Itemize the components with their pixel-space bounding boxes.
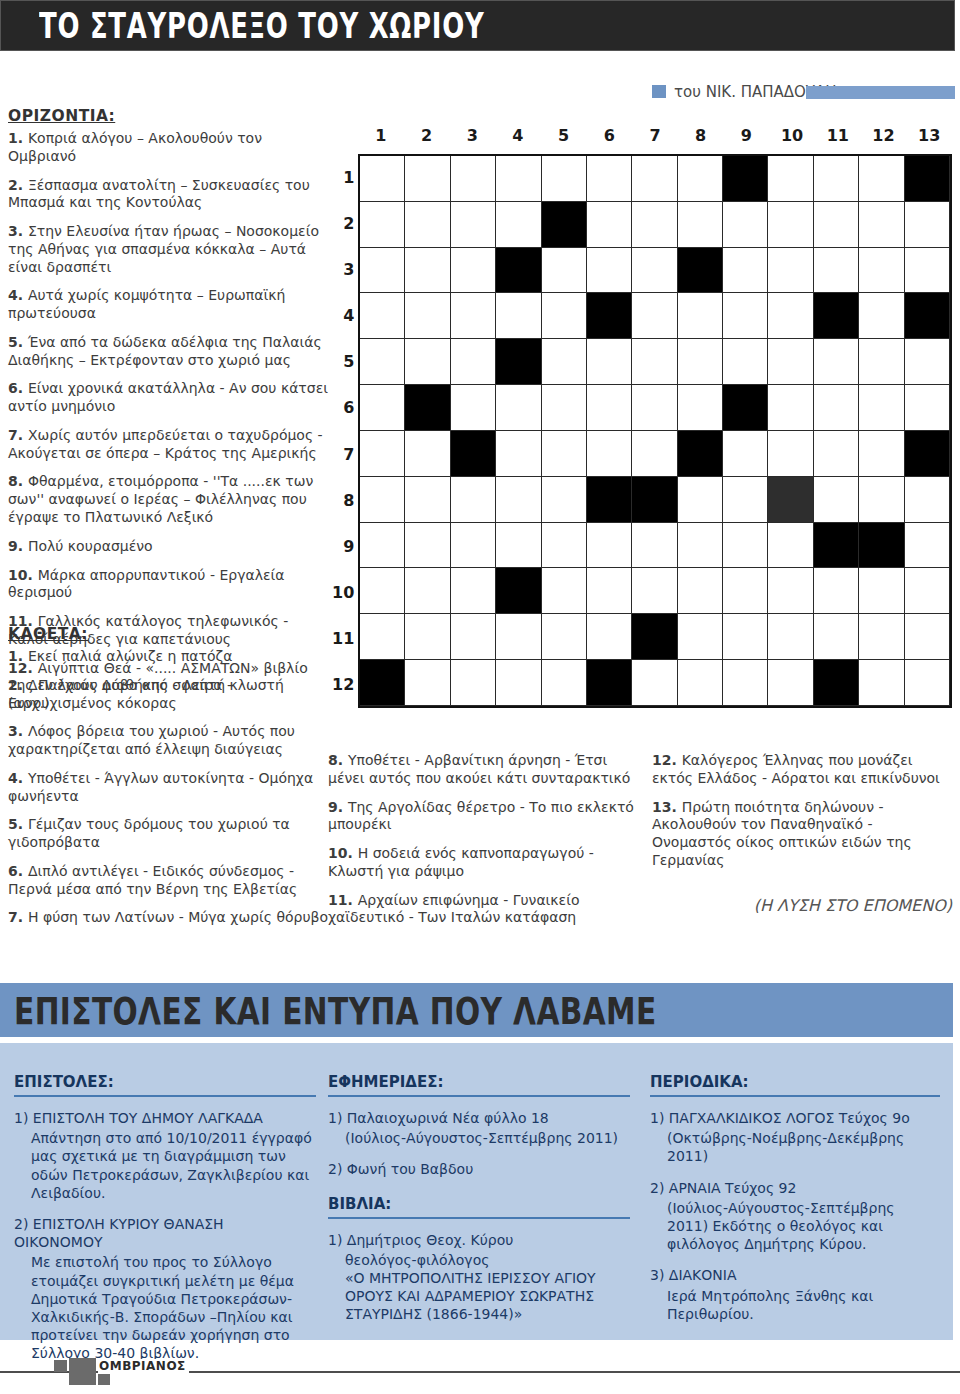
col-label: 9 [724, 126, 770, 152]
empty-cell[interactable] [451, 156, 496, 202]
row-label: 12 [332, 662, 356, 708]
empty-cell[interactable] [905, 477, 950, 523]
empty-cell[interactable] [768, 568, 813, 614]
empty-cell[interactable] [814, 614, 859, 660]
block-cell [905, 431, 950, 477]
across-heading: ΟΡΙΖΟΝΤΙΑ: [8, 107, 115, 125]
clue: 2. Ξέσπασμα ανατολίτη – Συσκευασίες του … [8, 177, 329, 213]
empty-cell[interactable] [360, 156, 405, 202]
clue: 6. Διπλό αντιλέγει - Ειδικός σύνδεσμος -… [8, 863, 329, 899]
clue-number: 9. [8, 538, 28, 554]
empty-cell[interactable] [905, 614, 950, 660]
col-label: 6 [586, 126, 632, 152]
empty-cell[interactable] [360, 293, 405, 339]
empty-cell[interactable] [768, 156, 813, 202]
empty-cell[interactable] [360, 431, 405, 477]
letters-item: 1) ΕΠΙΣΤΟΛΗ ΤΟΥ ΔΗΜΟΥ ΛΑΓΚΑΔΑΑπάντηση στ… [14, 1109, 316, 1202]
col-label: 4 [495, 126, 541, 152]
empty-cell[interactable] [360, 248, 405, 294]
empty-cell[interactable] [768, 614, 813, 660]
down-clues-right: 12. Καλόγερος Έλληνας που μονάζει εκτός … [652, 752, 952, 916]
clue-number: 12. [652, 752, 682, 768]
clue: 9. Της Αργολίδας θέρετρο - Το πιο εκλεκτ… [328, 799, 640, 835]
empty-cell[interactable] [360, 568, 405, 614]
empty-cell[interactable] [632, 385, 677, 431]
footer-logo-text: ΟΜΒΡΙΑΝΟΣ [98, 1359, 189, 1374]
empty-cell[interactable] [542, 431, 587, 477]
clue: 8. Φθαρμένα, ετοιμόρροπα - ''Τα .....εκ … [8, 473, 329, 526]
row-label: 3 [332, 246, 356, 292]
clue-number: 9. [328, 799, 348, 815]
empty-cell[interactable] [451, 385, 496, 431]
empty-cell[interactable] [587, 248, 632, 294]
empty-cell[interactable] [632, 202, 677, 248]
empty-cell[interactable] [905, 568, 950, 614]
empty-cell[interactable] [859, 248, 904, 294]
row-label: 5 [332, 339, 356, 385]
clue: 10. Μάρκα απορρυπαντικού - Εργαλεία θερι… [8, 567, 329, 603]
letters-item-body: Απάντηση στο από 10/10/2011 έγγραφό μας … [14, 1129, 316, 1202]
empty-cell[interactable] [405, 523, 450, 569]
row-label: 6 [332, 385, 356, 431]
empty-cell[interactable] [768, 293, 813, 339]
empty-cell[interactable] [678, 660, 723, 706]
empty-cell[interactable] [859, 339, 904, 385]
empty-cell[interactable] [723, 614, 768, 660]
empty-cell[interactable] [587, 614, 632, 660]
row-label: 2 [332, 200, 356, 246]
empty-cell[interactable] [768, 385, 813, 431]
empty-cell[interactable] [678, 614, 723, 660]
empty-cell[interactable] [859, 293, 904, 339]
empty-cell[interactable] [405, 431, 450, 477]
empty-cell[interactable] [768, 431, 813, 477]
empty-cell[interactable] [859, 156, 904, 202]
byline-square-icon [652, 85, 666, 98]
letters-item-title: 3) ΔΙΑΚΟΝΙΑ [650, 1266, 940, 1284]
empty-cell[interactable] [360, 523, 405, 569]
empty-cell[interactable] [405, 660, 450, 706]
clue: 7. Χωρίς αυτόν μπερδεύεται ο ταχυδρόμος … [8, 427, 329, 463]
col-label: 5 [541, 126, 587, 152]
letters-item-title: 2) ΑΡΝΑΙΑ Τεύχος 92 [650, 1179, 940, 1197]
empty-cell[interactable] [768, 660, 813, 706]
empty-cell[interactable] [451, 202, 496, 248]
empty-cell[interactable] [542, 523, 587, 569]
row-label: 8 [332, 477, 356, 523]
clue-number: 6. [8, 380, 28, 396]
empty-cell[interactable] [405, 248, 450, 294]
empty-cell[interactable] [632, 156, 677, 202]
clue-number: 2. [8, 177, 28, 193]
empty-cell[interactable] [542, 248, 587, 294]
empty-cell[interactable] [768, 248, 813, 294]
block-cell [542, 202, 587, 248]
clue-number: 8. [328, 752, 348, 768]
clue: 4. Αυτά χωρίς κομψότητα – Ευρωπαϊκή πρωτ… [8, 287, 329, 323]
empty-cell[interactable] [405, 614, 450, 660]
clue: 12. Καλόγερος Έλληνας που μονάζει εκτός … [652, 752, 952, 788]
empty-cell[interactable] [542, 477, 587, 523]
logo-square-small2-icon [98, 1374, 110, 1385]
empty-cell[interactable] [905, 660, 950, 706]
clue: 3. Στην Ελευσίνα ήταν ήρωας – Νοσοκομείο… [8, 223, 329, 276]
block-cell [587, 477, 632, 523]
empty-cell[interactable] [814, 568, 859, 614]
clue: 1. Κοπριά αλόγου – Ακολουθούν τον Ομβρια… [8, 130, 329, 166]
row-label: 9 [332, 523, 356, 569]
empty-cell[interactable] [678, 523, 723, 569]
block-cell [632, 477, 677, 523]
empty-cell[interactable] [814, 339, 859, 385]
empty-cell[interactable] [360, 614, 405, 660]
letters-item: 1) ΠΑΓΧΑΛΚΙΔΙΚΟΣ ΛΟΓΟΣ Τεύχος 9ο(Οκτώβρη… [650, 1109, 940, 1166]
empty-cell[interactable] [723, 431, 768, 477]
letters-item-title: 1) Δημήτριος Θεοχ. Κύρου [328, 1231, 630, 1249]
clue: 5. Γέμιζαν τους δρόμους του χωριού τα γι… [8, 816, 329, 852]
block-cell [360, 660, 405, 706]
empty-cell[interactable] [451, 568, 496, 614]
block-cell [632, 614, 677, 660]
letters-item: 1) Παλαιοχωρινά Νέα φύλλο 18(Ιούλιος-Αύγ… [328, 1109, 630, 1147]
letters-block-header: ΠΕΡΙΟΔΙΚΑ: [650, 1073, 940, 1097]
empty-cell[interactable] [632, 293, 677, 339]
empty-cell[interactable] [542, 660, 587, 706]
block-cell [678, 431, 723, 477]
empty-cell[interactable] [632, 568, 677, 614]
empty-cell[interactable] [542, 385, 587, 431]
letters-item-body: θεολόγος-φιλόλογος [328, 1251, 630, 1269]
empty-cell[interactable] [542, 614, 587, 660]
byline: του ΝΙΚ. ΠΑΠΑΔΟΥΔΗ [0, 83, 960, 101]
clue-number: 4. [8, 287, 28, 303]
empty-cell[interactable] [587, 523, 632, 569]
clue-number: 7. [8, 909, 28, 925]
down-clues-middle: 8. Υποθέτει - Αρβανίτικη άρνηση - Έτσι μ… [328, 752, 640, 938]
empty-cell[interactable] [360, 477, 405, 523]
empty-cell[interactable] [814, 385, 859, 431]
letters-item-title: 1) ΠΑΓΧΑΛΚΙΔΙΚΟΣ ΛΟΓΟΣ Τεύχος 9ο [650, 1109, 940, 1127]
col-label: 7 [632, 126, 678, 152]
row-label: 7 [332, 431, 356, 477]
row-label: 4 [332, 293, 356, 339]
empty-cell[interactable] [905, 385, 950, 431]
letters-item-body: (Οκτώβρης-Νοέμβρης-Δεκέμβρης 2011) [650, 1129, 940, 1165]
empty-cell[interactable] [405, 477, 450, 523]
logo-square-small-icon [54, 1360, 67, 1372]
solution-note: (Η ΛΥΣΗ ΣΤΟ ΕΠΟΜΕΝΟ) [652, 896, 952, 916]
letters-item-body: (Ιούλιος-Αύγουστος-Σεπτέμβρης 2011) [328, 1129, 630, 1147]
empty-cell[interactable] [678, 293, 723, 339]
empty-cell[interactable] [496, 477, 541, 523]
letters-item: 2) Φωνή του Βαβδου [328, 1160, 630, 1178]
column-labels: 12345678910111213 [358, 126, 952, 152]
col-label: 2 [404, 126, 450, 152]
block-cell [496, 339, 541, 385]
empty-cell[interactable] [542, 293, 587, 339]
empty-cell[interactable] [905, 248, 950, 294]
empty-cell[interactable] [723, 477, 768, 523]
clue: 4. Υποθέτει - Άγγλων αυτοκίνητα - Ομόηχα… [8, 770, 329, 806]
letters-item-title: 1) Παλαιοχωρινά Νέα φύλλο 18 [328, 1109, 630, 1127]
empty-cell[interactable] [678, 202, 723, 248]
empty-cell[interactable] [496, 523, 541, 569]
empty-cell[interactable] [678, 385, 723, 431]
empty-cell[interactable] [542, 156, 587, 202]
empty-cell[interactable] [587, 156, 632, 202]
empty-cell[interactable] [587, 385, 632, 431]
empty-cell[interactable] [496, 660, 541, 706]
empty-cell[interactable] [632, 431, 677, 477]
empty-cell[interactable] [814, 202, 859, 248]
empty-cell[interactable] [723, 523, 768, 569]
empty-cell[interactable] [723, 568, 768, 614]
empty-cell[interactable] [905, 202, 950, 248]
block-cell [496, 248, 541, 294]
empty-cell[interactable] [723, 660, 768, 706]
letters-column-1: ΕΠΙΣΤΟΛΕΣ:1) ΕΠΙΣΤΟΛΗ ΤΟΥ ΔΗΜΟΥ ΛΑΓΚΑΔΑΑ… [14, 1073, 316, 1375]
byline-bar-icon [806, 86, 955, 99]
empty-cell[interactable] [768, 339, 813, 385]
col-label: 11 [815, 126, 861, 152]
logo-square-big-icon [69, 1358, 96, 1385]
clue-number: 10. [328, 845, 358, 861]
empty-cell[interactable] [905, 339, 950, 385]
empty-cell[interactable] [496, 156, 541, 202]
empty-cell[interactable] [451, 339, 496, 385]
empty-cell[interactable] [814, 156, 859, 202]
empty-cell[interactable] [678, 568, 723, 614]
empty-cell[interactable] [859, 477, 904, 523]
row-labels: 123456789101112 [332, 154, 354, 708]
empty-cell[interactable] [496, 293, 541, 339]
block-cell [723, 156, 768, 202]
empty-cell[interactable] [768, 202, 813, 248]
empty-cell[interactable] [360, 385, 405, 431]
empty-cell[interactable] [723, 293, 768, 339]
clue: 7. Η φύση των Λατίνων - Μύγα χωρίς θόρυβ… [8, 909, 329, 927]
page-title-bar: ΤΟ ΣΤΑΥΡΟΛΕΞΟ ΤΟΥ ΧΩΡΙΟΥ [0, 0, 955, 51]
letters-item-body: «Ο ΜΗΤΡΟΠΟΛΙΤΗΣ ΙΕΡΙΣΣΟΥ ΑΓΙΟΥ ΟΡΟΥΣ ΚΑΙ… [328, 1269, 630, 1324]
empty-cell[interactable] [405, 156, 450, 202]
letters-column-3: ΠΕΡΙΟΔΙΚΑ:1) ΠΑΓΧΑΛΚΙΔΙΚΟΣ ΛΟΓΟΣ Τεύχος … [650, 1073, 940, 1336]
empty-cell[interactable] [859, 660, 904, 706]
clue: 10. Η σοδειά ενός καπνοπαραγωγού - Κλωστ… [328, 845, 640, 881]
block-cell [678, 248, 723, 294]
clue-number: 13. [652, 799, 682, 815]
crossword: 12345678910111213 123456789101112 [332, 126, 954, 710]
row-label: 11 [332, 616, 356, 662]
clue: 8. Υποθέτει - Αρβανίτικη άρνηση - Έτσι μ… [328, 752, 640, 788]
empty-cell[interactable] [587, 568, 632, 614]
empty-cell[interactable] [814, 431, 859, 477]
empty-cell[interactable] [405, 293, 450, 339]
clue-number: 11. [328, 892, 358, 908]
block-cell [405, 385, 450, 431]
col-label: 8 [678, 126, 724, 152]
empty-cell[interactable] [542, 568, 587, 614]
empty-cell[interactable] [360, 202, 405, 248]
empty-cell[interactable] [723, 248, 768, 294]
clue: 2. Δεν έχουν φόβο από σφαίρα - Ευνουχισμ… [8, 677, 329, 713]
empty-cell[interactable] [678, 477, 723, 523]
block-cell [768, 477, 813, 523]
clue-number: 8. [8, 473, 28, 489]
down-clues-left: 1. Εκεί παλιά αλώνιζε η πατόζα2. Δεν έχο… [8, 648, 329, 938]
letters-item-body: Με επιστολή του προς το Σύλλογο ετοιμάζε… [14, 1253, 316, 1362]
empty-cell[interactable] [587, 431, 632, 477]
clue-number: 4. [8, 770, 28, 786]
block-cell [496, 568, 541, 614]
empty-cell[interactable] [723, 202, 768, 248]
row-label: 1 [332, 154, 356, 200]
empty-cell[interactable] [451, 248, 496, 294]
empty-cell[interactable] [405, 339, 450, 385]
empty-cell[interactable] [723, 339, 768, 385]
letters-block-header: ΕΠΙΣΤΟΛΕΣ: [14, 1073, 316, 1097]
clue: 3. Λόφος βόρεια του χωριού - Αυτός που χ… [8, 723, 329, 759]
letters-item: 2) ΑΡΝΑΙΑ Τεύχος 92(Ιούλιος-Αύγουστος-Σε… [650, 1179, 940, 1254]
block-cell [451, 431, 496, 477]
letters-item: 3) ΔΙΑΚΟΝΙΑΙερά Μητρόπολης Ξάνθης και Πε… [650, 1266, 940, 1323]
letters-column-2: ΕΦΗΜΕΡΙΔΕΣ:1) Παλαιοχωρινά Νέα φύλλο 18(… [328, 1073, 630, 1337]
letters-item: 1) Δημήτριος Θεοχ. Κύρουθεολόγος-φιλόλογ… [328, 1231, 630, 1324]
empty-cell[interactable] [632, 248, 677, 294]
empty-cell[interactable] [587, 202, 632, 248]
clue-number: 3. [8, 223, 28, 239]
down-heading: ΚΑΘΕΤΑ: [8, 625, 88, 643]
letters-block-header: ΒΙΒΛΙΑ: [328, 1195, 630, 1219]
col-label: 3 [449, 126, 495, 152]
letters-band: ΕΠΙΣΤΟΛΕΣ ΚΑΙ ΕΝΤΥΠΑ ΠΟΥ ΛΑΒΑΜΕ [0, 983, 953, 1037]
letters-block-header: ΕΦΗΜΕΡΙΔΕΣ: [328, 1073, 630, 1097]
clue-number: 7. [8, 427, 28, 443]
letters-item-body: (Ιούλιος-Αύγουστος-Σεπτέμβρης 2011) Εκδό… [650, 1199, 940, 1254]
page-title: ΤΟ ΣΤΑΥΡΟΛΕΞΟ ΤΟΥ ΧΩΡΙΟΥ [39, 5, 484, 46]
crossword-board [358, 154, 952, 708]
block-cell [814, 293, 859, 339]
col-label: 12 [861, 126, 907, 152]
empty-cell[interactable] [496, 385, 541, 431]
clue-number: 3. [8, 723, 28, 739]
block-cell [723, 385, 768, 431]
empty-cell[interactable] [859, 568, 904, 614]
clue-number: 5. [8, 816, 28, 832]
empty-cell[interactable] [451, 477, 496, 523]
empty-cell[interactable] [360, 339, 405, 385]
clue: 6. Είναι χρονικά ακατάλληλα - Αν σου κάτ… [8, 380, 329, 416]
col-label: 10 [769, 126, 815, 152]
empty-cell[interactable] [814, 477, 859, 523]
clue: 5. Ένα από τα δώδεκα αδέλφια της Παλαιάς… [8, 334, 329, 370]
block-cell [814, 523, 859, 569]
letters-item-title: 2) ΕΠΙΣΤΟΛΗ ΚΥΡΙΟΥ ΘΑΝΑΣΗ ΟΙΚΟΝΟΜΟΥ [14, 1215, 316, 1251]
clue-number: 5. [8, 334, 28, 350]
clue: 11. Αρχαίων επιφώνημα - Γυναικείο χαϊδευ… [328, 892, 640, 928]
letters-panel: ΕΠΙΣΤΟΛΕΣ:1) ΕΠΙΣΤΟΛΗ ΤΟΥ ΔΗΜΟΥ ΛΑΓΚΑΔΑΑ… [0, 1043, 953, 1340]
block-cell [587, 293, 632, 339]
empty-cell[interactable] [451, 614, 496, 660]
empty-cell[interactable] [496, 431, 541, 477]
empty-cell[interactable] [632, 660, 677, 706]
letters-item-body: Ιερά Μητρόπολης Ξάνθης και Περιθωρίου. [650, 1287, 940, 1323]
clue-number: 2. [8, 677, 28, 693]
row-label: 10 [332, 570, 356, 616]
empty-cell[interactable] [905, 523, 950, 569]
empty-cell[interactable] [405, 568, 450, 614]
empty-cell[interactable] [678, 339, 723, 385]
block-cell [905, 156, 950, 202]
clue-number: 10. [8, 567, 38, 583]
empty-cell[interactable] [451, 293, 496, 339]
empty-cell[interactable] [678, 156, 723, 202]
clue-number: 1. [8, 130, 28, 146]
empty-cell[interactable] [632, 339, 677, 385]
empty-cell[interactable] [859, 431, 904, 477]
empty-cell[interactable] [451, 523, 496, 569]
empty-cell[interactable] [859, 202, 904, 248]
clue: 1. Εκεί παλιά αλώνιζε η πατόζα [8, 648, 329, 666]
block-cell [905, 293, 950, 339]
block-cell [587, 660, 632, 706]
letters-item-title: 1) ΕΠΙΣΤΟΛΗ ΤΟΥ ΔΗΜΟΥ ΛΑΓΚΑΔΑ [14, 1109, 316, 1127]
empty-cell[interactable] [496, 202, 541, 248]
empty-cell[interactable] [814, 248, 859, 294]
empty-cell[interactable] [496, 614, 541, 660]
col-label: 1 [358, 126, 404, 152]
empty-cell[interactable] [768, 523, 813, 569]
letters-band-title: ΕΠΙΣΤΟΛΕΣ ΚΑΙ ΕΝΤΥΠΑ ΠΟΥ ΛΑΒΑΜΕ [14, 989, 657, 1033]
clue-number: 6. [8, 863, 28, 879]
empty-cell[interactable] [632, 523, 677, 569]
empty-cell[interactable] [859, 385, 904, 431]
empty-cell[interactable] [587, 339, 632, 385]
clue-number: 1. [8, 648, 28, 664]
empty-cell[interactable] [859, 614, 904, 660]
clue: 9. Πολύ κουρασμένο [8, 538, 329, 556]
letters-item: 2) ΕΠΙΣΤΟΛΗ ΚΥΡΙΟΥ ΘΑΝΑΣΗ ΟΙΚΟΝΟΜΟΥΜε επ… [14, 1215, 316, 1363]
block-cell [859, 523, 904, 569]
empty-cell[interactable] [405, 202, 450, 248]
empty-cell[interactable] [451, 660, 496, 706]
block-cell [814, 660, 859, 706]
empty-cell[interactable] [542, 339, 587, 385]
clue: 13. Πρώτη ποιότητα δηλώνουν - Ακολουθούν… [652, 799, 952, 870]
col-label: 13 [906, 126, 952, 152]
letters-item-title: 2) Φωνή του Βαβδου [328, 1160, 630, 1178]
